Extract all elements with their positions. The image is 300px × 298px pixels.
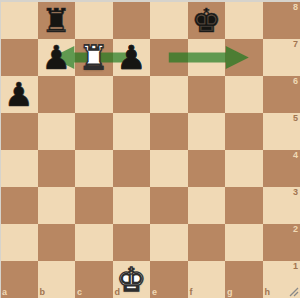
black-pawn-a6[interactable]: ♟ — [0, 76, 38, 113]
resize-handle-stroke — [290, 288, 298, 296]
chess-board-screenshot: 8765432abcdefgh1 ♜♚♟♜♜♟♟♟♚ — [0, 0, 300, 298]
pieces-layer: ♜♚♟♜♜♟♟♟♚ — [0, 2, 300, 298]
window-edge-top — [0, 0, 300, 2]
board-resize-handle[interactable] — [287, 285, 299, 297]
white-king-d1[interactable]: ♚ — [113, 261, 151, 298]
black-king-f8[interactable]: ♚ — [188, 2, 226, 39]
black-pawn-d7[interactable]: ♟ — [113, 39, 151, 76]
black-pawn-b7[interactable]: ♟ — [38, 39, 76, 76]
white-rook-c7[interactable]: ♜ — [75, 39, 113, 76]
resize-handle-stroke — [294, 292, 298, 296]
black-rook-b8[interactable]: ♜ — [38, 2, 76, 39]
window-edge-left — [0, 0, 1, 298]
